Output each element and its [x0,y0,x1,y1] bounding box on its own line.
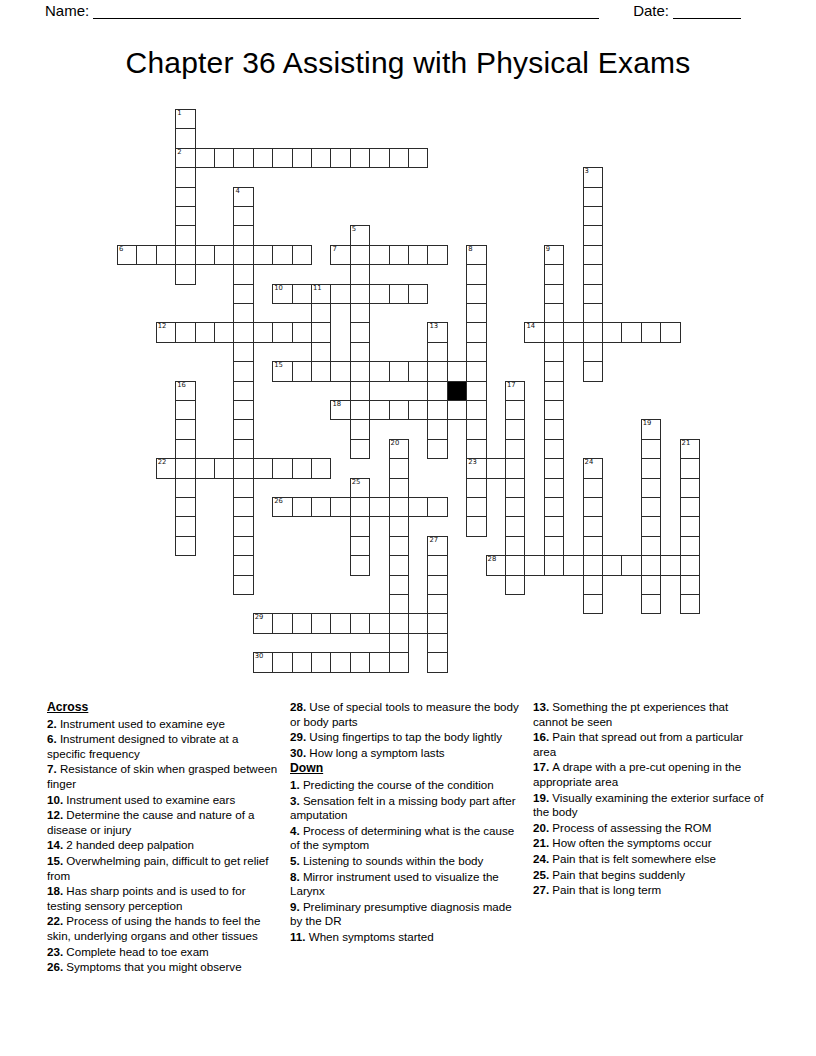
grid-cell[interactable] [621,555,641,575]
grid-cell[interactable] [505,458,525,478]
grid-cell[interactable] [680,575,700,595]
clue-column: 28. Use of special tools to measure the … [290,700,522,976]
grid-cell[interactable] [272,652,292,672]
grid-cell[interactable] [680,497,700,517]
grid-cell[interactable] [427,419,447,439]
grid-cell[interactable] [195,322,215,342]
grid-cell[interactable] [583,303,603,323]
grid-cell[interactable] [350,536,370,556]
grid-cell[interactable]: 3 [583,167,603,187]
grid-cell[interactable]: 8 [466,245,486,265]
grid-cell[interactable] [233,419,253,439]
grid-cell[interactable] [233,264,253,284]
grid-cell[interactable] [175,478,195,498]
grid-cell[interactable] [233,478,253,498]
grid-cell[interactable] [292,361,312,381]
grid-cell[interactable] [544,264,564,284]
grid-cell[interactable]: 28 [486,555,506,575]
grid-cell[interactable] [233,497,253,517]
grid-cell[interactable] [544,439,564,459]
grid-cell[interactable] [583,575,603,595]
cell-number: 28 [488,556,497,563]
cell-number: 30 [255,653,264,660]
grid-cell[interactable]: 18 [330,400,350,420]
grid-cell[interactable] [350,613,370,633]
grid-cell[interactable] [680,478,700,498]
grid-cell[interactable] [544,536,564,556]
grid-cell[interactable] [408,497,428,517]
grid-cell[interactable] [427,594,447,614]
grid-cell[interactable] [156,245,176,265]
grid-cell[interactable] [233,536,253,556]
grid-cell[interactable] [233,381,253,401]
grid-cell[interactable] [427,497,447,517]
grid-cell[interactable] [233,342,253,362]
grid-cell[interactable] [272,458,292,478]
grid-cell[interactable] [544,458,564,478]
clue: 14. 2 handed deep palpation [47,838,279,853]
grid-cell[interactable]: 7 [330,245,350,265]
grid-cell[interactable] [447,361,467,381]
grid-cell[interactable] [350,652,370,672]
grid-cell[interactable] [544,555,564,575]
cell-number: 19 [643,420,652,427]
grid-cell[interactable] [175,458,195,478]
clue-section: Across2. Instrument used to examine eye6… [47,700,769,976]
grid-cell[interactable] [175,264,195,284]
grid-cell[interactable] [680,594,700,614]
grid-cell[interactable] [175,536,195,556]
grid-cell[interactable] [583,187,603,207]
cell-number: 29 [255,614,264,621]
grid-cell[interactable] [544,478,564,498]
grid-cell[interactable] [233,400,253,420]
grid-cell[interactable] [447,400,467,420]
grid-cell[interactable] [311,342,331,362]
grid-cell[interactable] [680,555,700,575]
grid-cell[interactable] [233,148,253,168]
grid-cell[interactable] [272,613,292,633]
grid-cell[interactable] [350,284,370,304]
grid-cell[interactable] [233,303,253,323]
grid-cell[interactable]: 30 [253,652,273,672]
grid-cell[interactable] [233,555,253,575]
cell-number: 5 [352,226,356,233]
grid-cell[interactable] [660,555,680,575]
cell-number: 16 [177,382,186,389]
grid-cell[interactable] [408,361,428,381]
clue: 4. Process of determining what is the ca… [290,824,522,853]
grid-cell[interactable] [175,497,195,517]
clue: 16. Pain that spread out from a particul… [533,730,765,759]
grid-cell[interactable] [427,439,447,459]
grid-cell[interactable] [427,652,447,672]
clue: 30. How long a symptom lasts [290,746,522,761]
grid-cell[interactable] [292,497,312,517]
grid-cell[interactable] [408,613,428,633]
grid-cell[interactable]: 16 [175,381,195,401]
clue: 26. Symptoms that you might observe [47,960,279,975]
grid-cell[interactable] [466,419,486,439]
grid-cell[interactable] [427,342,447,362]
grid-cell[interactable] [466,322,486,342]
clue: 20. Process of assessing the ROM [533,821,765,836]
grid-cell[interactable] [253,458,273,478]
clue: 9. Preliminary presumptive diagnosis mad… [290,900,522,929]
grid-cell[interactable] [486,458,506,478]
grid-cell[interactable] [292,245,312,265]
grid-cell[interactable] [175,225,195,245]
grid-cell[interactable] [505,575,525,595]
grid-cell[interactable] [311,148,331,168]
grid-cell[interactable] [427,381,447,401]
grid-cell[interactable] [175,439,195,459]
grid-cell[interactable] [660,322,680,342]
grid-cell[interactable]: 2 [175,148,195,168]
grid-cell[interactable] [466,516,486,536]
grid-cell[interactable] [330,497,350,517]
grid-cell[interactable]: 23 [466,458,486,478]
grid-cell[interactable] [330,361,350,381]
grid-cell[interactable] [369,361,389,381]
grid-cell[interactable] [195,245,215,265]
grid-cell[interactable] [389,284,409,304]
grid-cell[interactable] [350,516,370,536]
grid-cell[interactable] [389,497,409,517]
grid-cell[interactable] [466,361,486,381]
grid-cell[interactable] [389,245,409,265]
clue: 12. Determine the cause and nature of a … [47,808,279,837]
grid-cell[interactable] [544,516,564,536]
grid-cell[interactable] [292,322,312,342]
grid-cell[interactable] [389,458,409,478]
name-label: Name: [45,2,93,19]
grid-cell[interactable] [272,322,292,342]
grid-cell[interactable] [311,458,331,478]
grid-cell[interactable] [641,575,661,595]
grid-cell[interactable] [389,148,409,168]
cell-number: 15 [274,362,283,369]
grid-cell[interactable] [272,245,292,265]
grid-cell[interactable] [583,206,603,226]
grid-cell[interactable] [330,652,350,672]
grid-cell[interactable]: 21 [680,439,700,459]
grid-cell[interactable] [175,419,195,439]
grid-cell[interactable] [292,458,312,478]
grid-cell[interactable] [641,322,661,342]
grid-cell[interactable]: 6 [117,245,137,265]
grid-cell[interactable] [505,497,525,517]
grid-cell[interactable] [505,536,525,556]
grid-cell[interactable] [389,633,409,653]
grid-cell[interactable] [175,128,195,148]
grid-cell[interactable] [544,361,564,381]
clue: 15. Overwhelming pain, difficult to get … [47,854,279,883]
grid-cell[interactable] [350,361,370,381]
grid-cell[interactable] [641,555,661,575]
grid-cell[interactable] [136,245,156,265]
grid-cell[interactable]: 24 [583,458,603,478]
clue: 1. Predicting the course of the conditio… [290,778,522,793]
grid-cell[interactable]: 15 [272,361,292,381]
grid-cell[interactable] [389,652,409,672]
grid-cell[interactable] [544,322,564,342]
grid-cell[interactable] [641,458,661,478]
grid-cell[interactable] [330,148,350,168]
grid-cell[interactable] [389,361,409,381]
grid-cell[interactable] [311,303,331,323]
grid-cell[interactable] [505,439,525,459]
grid-cell[interactable] [233,361,253,381]
cell-number: 7 [332,246,336,253]
grid-cell[interactable] [583,361,603,381]
grid-cell[interactable] [350,400,370,420]
grid-cell[interactable]: 29 [253,613,273,633]
grid-cell[interactable] [505,478,525,498]
grid-cell[interactable] [505,419,525,439]
grid-cell[interactable] [311,322,331,342]
grid-cell[interactable] [427,613,447,633]
grid-cell[interactable] [583,284,603,304]
grid-cell[interactable] [214,148,234,168]
grid-cell[interactable] [680,458,700,478]
grid-cell[interactable]: 17 [505,381,525,401]
grid-cell[interactable] [544,303,564,323]
grid-cell[interactable] [427,245,447,265]
grid-cell[interactable] [641,594,661,614]
clue: 19. Visually examining the exterior surf… [533,791,765,820]
grid-cell[interactable] [466,342,486,362]
grid-cell[interactable] [369,148,389,168]
grid-cell[interactable] [311,613,331,633]
grid-cell[interactable] [233,439,253,459]
grid-cell[interactable] [427,361,447,381]
grid-cell[interactable] [466,400,486,420]
grid-cell[interactable] [350,419,370,439]
grid-cell[interactable] [292,148,312,168]
grid-cell[interactable] [233,206,253,226]
clue: 18. Has sharp points and is used to for … [47,884,279,913]
grid-cell[interactable] [466,478,486,498]
grid-cell[interactable] [583,555,603,575]
grid-cell[interactable] [563,322,583,342]
grid-cell[interactable] [214,245,234,265]
grid-cell[interactable] [253,148,273,168]
grid-cell[interactable] [583,516,603,536]
date-field[interactable] [673,3,741,19]
grid-cell[interactable] [350,322,370,342]
grid-cell[interactable] [544,342,564,362]
grid-cell[interactable]: 26 [272,497,292,517]
grid-cell[interactable] [350,303,370,323]
grid-cell[interactable] [505,516,525,536]
grid-cell[interactable] [621,322,641,342]
grid-cell[interactable]: 1 [175,109,195,129]
grid-cell[interactable] [466,497,486,517]
grid-cell[interactable] [583,478,603,498]
grid-cell[interactable] [389,478,409,498]
grid-cell[interactable]: 13 [427,322,447,342]
grid-cell[interactable] [233,516,253,536]
grid-cell[interactable] [389,400,409,420]
grid-cell[interactable] [369,400,389,420]
cell-number: 13 [429,323,438,330]
grid-cell[interactable] [544,419,564,439]
grid-cell[interactable] [175,400,195,420]
grid-cell[interactable] [175,516,195,536]
grid-cell[interactable] [680,516,700,536]
grid-cell[interactable] [680,536,700,556]
grid-cell[interactable] [369,245,389,265]
clue: 6. Instrument designed to vibrate at a s… [47,732,279,761]
grid-cell[interactable] [544,497,564,517]
grid-cell[interactable] [583,342,603,362]
grid-cell[interactable]: 10 [272,284,292,304]
grid-cell[interactable] [233,284,253,304]
grid-cell[interactable] [466,303,486,323]
grid-cell[interactable] [175,245,195,265]
cell-number: 24 [585,459,594,466]
grid-cell[interactable] [369,284,389,304]
grid-cell[interactable] [389,575,409,595]
name-field[interactable] [93,3,599,19]
grid-cell[interactable] [389,613,409,633]
grid-cell[interactable] [544,400,564,420]
grid-cell[interactable] [466,264,486,284]
grid-cell[interactable] [311,497,331,517]
grid-cell[interactable] [253,245,273,265]
grid-cell[interactable] [233,225,253,245]
grid-cell[interactable] [563,555,583,575]
grid-cell[interactable]: 25 [350,478,370,498]
grid-cell[interactable] [389,516,409,536]
grid-cell[interactable] [389,536,409,556]
grid-cell[interactable] [350,497,370,517]
grid-cell[interactable]: 27 [427,536,447,556]
grid-cell[interactable] [602,555,622,575]
grid-cell[interactable] [292,652,312,672]
clue-column: 13. Something the pt experiences that ca… [533,700,765,976]
clue: 11. When symptoms started [290,930,522,945]
grid-cell[interactable] [583,264,603,284]
grid-cell[interactable] [466,381,486,401]
grid-cell[interactable] [583,594,603,614]
grid-cell[interactable] [427,400,447,420]
grid-cell[interactable] [583,225,603,245]
grid-cell[interactable] [214,322,234,342]
grid-cell[interactable] [350,264,370,284]
clue: 24. Pain that is felt somewhere else [533,852,765,867]
grid-cell[interactable] [602,322,622,342]
grid-cell[interactable] [505,400,525,420]
grid-cell[interactable] [330,284,350,304]
cell-number: 18 [332,401,341,408]
clue-column: Across2. Instrument used to examine eye6… [47,700,279,976]
grid-cell[interactable] [175,167,195,187]
grid-cell[interactable] [408,148,428,168]
grid-cell[interactable] [350,245,370,265]
clue: 22. Process of using the hands to feel t… [47,914,279,943]
grid-cell[interactable] [389,594,409,614]
grid-cell[interactable] [408,400,428,420]
grid-cell[interactable] [233,245,253,265]
grid-cell[interactable] [214,458,234,478]
grid-cell[interactable] [350,342,370,362]
grid-cell[interactable]: 11 [311,284,331,304]
cell-number: 9 [546,246,550,253]
grid-cell[interactable] [583,536,603,556]
grid-cell[interactable] [389,555,409,575]
grid-cell[interactable] [350,148,370,168]
grid-cell[interactable] [233,575,253,595]
grid-cell[interactable]: 5 [350,225,370,245]
grid-cell[interactable]: 14 [524,322,544,342]
grid-cell[interactable] [330,613,350,633]
grid-cell[interactable] [369,613,389,633]
grid-cell[interactable] [466,439,486,459]
grid-cell[interactable] [233,458,253,478]
grid-cell[interactable] [544,381,564,401]
across-header: Across [47,700,279,715]
name-date-row: Name: Date: [45,2,741,19]
grid-cell[interactable]: 9 [544,245,564,265]
grid-cell[interactable] [272,148,292,168]
grid-cell[interactable] [175,187,195,207]
grid-cell[interactable] [641,536,661,556]
grid-cell[interactable]: 4 [233,187,253,207]
grid-cell[interactable] [350,381,370,401]
grid-cell[interactable] [408,245,428,265]
grid-cell[interactable] [641,439,661,459]
grid-cell[interactable] [524,555,544,575]
grid-cell[interactable] [369,497,389,517]
grid-cell[interactable] [292,613,312,633]
grid-cell[interactable] [195,148,215,168]
grid-cell[interactable] [195,458,215,478]
grid-cell[interactable] [583,497,603,517]
grid-cell[interactable] [233,322,253,342]
grid-cell[interactable] [350,555,370,575]
page-title: Chapter 36 Assisting with Physical Exams [0,46,816,80]
grid-cell[interactable] [175,322,195,342]
grid-cell[interactable] [427,633,447,653]
grid-cell[interactable] [427,555,447,575]
grid-cell[interactable] [641,478,661,498]
clue: 3. Sensation felt in a missing body part… [290,794,522,823]
grid-cell[interactable] [583,245,603,265]
grid-cell[interactable] [311,361,331,381]
grid-cell[interactable]: 20 [389,439,409,459]
grid-cell[interactable] [466,284,486,304]
grid-cell[interactable] [427,575,447,595]
grid-cell[interactable] [369,652,389,672]
grid-cell[interactable] [641,516,661,536]
grid-cell[interactable]: 19 [641,419,661,439]
grid-cell[interactable] [641,497,661,517]
grid-cell[interactable] [311,652,331,672]
cell-number: 11 [313,285,322,292]
grid-cell[interactable] [175,206,195,226]
grid-cell[interactable] [350,439,370,459]
grid-cell[interactable] [253,322,273,342]
grid-cell[interactable]: 12 [156,322,176,342]
grid-cell[interactable] [544,284,564,304]
grid-cell[interactable] [583,322,603,342]
grid-cell[interactable] [408,284,428,304]
grid-cell[interactable]: 22 [156,458,176,478]
grid-cell[interactable] [292,284,312,304]
grid-cell[interactable] [505,555,525,575]
